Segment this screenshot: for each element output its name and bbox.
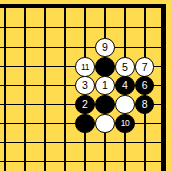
- move-number: 11: [81, 62, 89, 71]
- stone-white-1[interactable]: 1: [95, 76, 115, 96]
- move-number: 2: [82, 99, 88, 110]
- stone-white-11[interactable]: 11: [75, 57, 95, 77]
- stone-black-Q14[interactable]: [95, 95, 115, 115]
- stone-black-8[interactable]: 8: [135, 95, 155, 115]
- move-number: 4: [122, 80, 128, 91]
- move-number: 9: [102, 42, 108, 53]
- stone-white-9[interactable]: 9: [95, 38, 115, 58]
- go-board-diagram: 9115731462810: [0, 0, 171, 171]
- stone-black-10[interactable]: 10: [115, 114, 135, 134]
- move-number: 6: [142, 80, 148, 91]
- stone-black-Q16[interactable]: [95, 57, 115, 77]
- move-number: 8: [142, 99, 148, 110]
- go-board[interactable]: 9115731462810: [0, 0, 171, 171]
- move-number: 5: [122, 61, 128, 72]
- move-number: 7: [142, 61, 148, 72]
- stone-white-5[interactable]: 5: [115, 57, 135, 77]
- stone-white-3[interactable]: 3: [75, 76, 95, 96]
- stone-black-4[interactable]: 4: [115, 76, 135, 96]
- stone-white-R14[interactable]: [115, 95, 135, 115]
- move-number: 3: [82, 80, 88, 91]
- stone-white-Q13[interactable]: [95, 114, 115, 134]
- stone-white-7[interactable]: 7: [135, 57, 155, 77]
- stone-black-2[interactable]: 2: [75, 95, 95, 115]
- move-number: 10: [121, 119, 130, 128]
- stone-black-6[interactable]: 6: [135, 76, 155, 96]
- move-number: 1: [102, 80, 108, 91]
- stone-black-P13[interactable]: [75, 114, 95, 134]
